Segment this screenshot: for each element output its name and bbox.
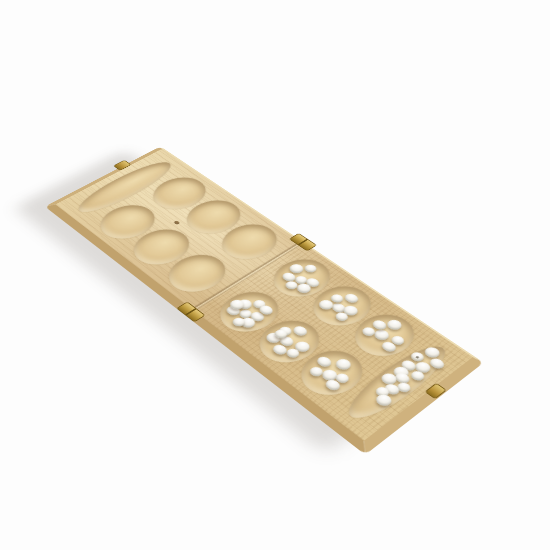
board-half-near: [193, 243, 472, 441]
product-photo-scene: [0, 0, 550, 550]
mancala-board: [45, 146, 484, 454]
magnet-dot: [173, 220, 180, 225]
brass-clasp-near-icon: [425, 383, 447, 400]
